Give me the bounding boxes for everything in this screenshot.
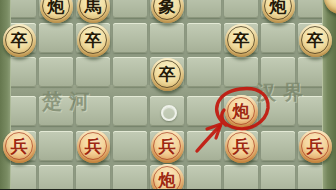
board-point-r7-c3[interactable] bbox=[113, 165, 147, 189]
board-point-r5-c5[interactable] bbox=[187, 96, 221, 126]
piece-black-pawn[interactable]: 卒 bbox=[299, 24, 332, 57]
river-label-right: 汉界 bbox=[256, 79, 310, 106]
piece-glyph: 馬 bbox=[85, 0, 102, 15]
board-point-r4-c3[interactable] bbox=[113, 57, 147, 87]
piece-black-pawn[interactable]: 卒 bbox=[77, 24, 110, 57]
piece-black-elephant[interactable]: 象 bbox=[151, 0, 184, 23]
board-point-r7-c1[interactable] bbox=[39, 165, 73, 189]
board-point-r5-c3[interactable] bbox=[113, 96, 147, 126]
piece-glyph: 兵 bbox=[159, 138, 176, 155]
piece-glyph: 卒 bbox=[11, 32, 28, 49]
board-point-r3-c1[interactable] bbox=[39, 23, 73, 53]
piece-red-pawn[interactable]: 兵 bbox=[225, 130, 258, 163]
piece-glyph: 炮 bbox=[233, 103, 250, 120]
piece-red-pawn[interactable]: 兵 bbox=[77, 130, 110, 163]
board-point-r4-c2[interactable] bbox=[76, 57, 110, 87]
board-point-r3-c7[interactable] bbox=[261, 23, 295, 53]
piece-glyph: 兵 bbox=[233, 138, 250, 155]
piece-glyph: 卒 bbox=[159, 66, 176, 83]
board-point-r2-c5[interactable] bbox=[187, 0, 221, 18]
piece-black-pawn[interactable]: 卒 bbox=[3, 24, 36, 57]
board-point-r4-c1[interactable] bbox=[39, 57, 73, 87]
piece-black-pawn[interactable]: 卒 bbox=[151, 58, 184, 91]
river-label-left: 楚河 bbox=[42, 88, 96, 115]
board-point-r2-c6[interactable] bbox=[224, 0, 258, 18]
piece-red-cannon[interactable]: 炮 bbox=[151, 164, 184, 190]
piece-glyph: 炮 bbox=[48, 0, 65, 15]
board-point-r6-c5[interactable] bbox=[187, 131, 221, 161]
piece-glyph: 兵 bbox=[307, 138, 324, 155]
board-point-r3-c3[interactable] bbox=[113, 23, 147, 53]
piece-glyph: 炮 bbox=[270, 0, 287, 15]
board-point-r6-c3[interactable] bbox=[113, 131, 147, 161]
board-point-r7-c5[interactable] bbox=[187, 165, 221, 189]
move-origin-dot bbox=[161, 105, 177, 121]
piece-black-horse[interactable]: 馬 bbox=[77, 0, 110, 23]
piece-glyph: 炮 bbox=[159, 172, 176, 189]
piece-black-cannon[interactable]: 炮 bbox=[40, 0, 73, 23]
piece-black-cannon[interactable]: 炮 bbox=[262, 0, 295, 23]
piece-red-pawn[interactable]: 兵 bbox=[151, 130, 184, 163]
piece-glyph: 卒 bbox=[85, 32, 102, 49]
piece-glyph: 兵 bbox=[11, 138, 28, 155]
board-point-r7-c2[interactable] bbox=[76, 165, 110, 189]
board-point-r2-c3[interactable] bbox=[113, 0, 147, 18]
board-point-r3-c4[interactable] bbox=[150, 23, 184, 53]
piece-black-pawn[interactable]: 卒 bbox=[225, 24, 258, 57]
piece-glyph: 卒 bbox=[307, 32, 324, 49]
board-point-r6-c1[interactable] bbox=[39, 131, 73, 161]
piece-glyph: 兵 bbox=[85, 138, 102, 155]
piece-red-cannon[interactable]: 炮 bbox=[225, 95, 258, 128]
board-point-r7-c6[interactable] bbox=[224, 165, 258, 189]
board-point-r4-c6[interactable] bbox=[224, 57, 258, 87]
board-point-r7-c7[interactable] bbox=[261, 165, 295, 189]
board-point-r3-c5[interactable] bbox=[187, 23, 221, 53]
piece-red-pawn[interactable]: 兵 bbox=[299, 130, 332, 163]
piece-glyph: 卒 bbox=[233, 32, 250, 49]
board-point-r6-c7[interactable] bbox=[261, 131, 295, 161]
piece-glyph: 象 bbox=[159, 0, 176, 15]
board-point-r4-c5[interactable] bbox=[187, 57, 221, 87]
piece-red-pawn[interactable]: 兵 bbox=[3, 130, 36, 163]
xiangqi-board: 楚河 汉界 炮馬象炮卒卒卒卒卒炮兵兵兵兵兵炮 bbox=[0, 0, 336, 189]
